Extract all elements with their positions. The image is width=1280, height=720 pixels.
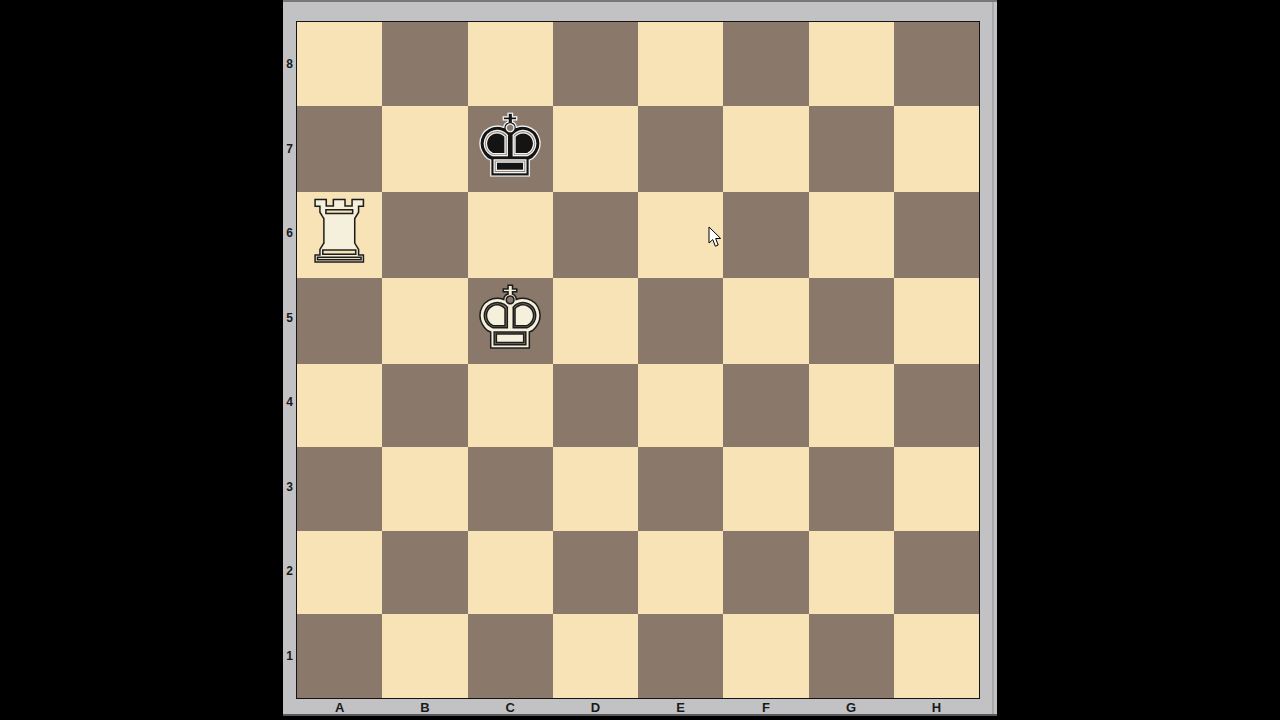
square-d2[interactable]	[553, 531, 638, 615]
square-b4[interactable]	[382, 364, 467, 448]
square-c8[interactable]	[468, 22, 553, 106]
rank-labels: 87654321	[283, 22, 296, 698]
white-king[interactable]: ♚	[472, 275, 549, 361]
square-a3[interactable]	[297, 447, 382, 531]
rank-label-3: 3	[283, 445, 296, 530]
square-h8[interactable]	[894, 22, 979, 106]
chessboard-frame: 87654321 ♚♜♚ ABCDEFGH	[283, 0, 997, 716]
square-d4[interactable]	[553, 364, 638, 448]
file-label-g: G	[809, 698, 894, 717]
square-f7[interactable]	[723, 106, 808, 192]
chessboard: ♚♜♚	[296, 21, 980, 699]
square-a2[interactable]	[297, 531, 382, 615]
square-e7[interactable]	[638, 106, 723, 192]
square-f1[interactable]	[723, 614, 808, 698]
square-b3[interactable]	[382, 447, 467, 531]
square-g3[interactable]	[809, 447, 894, 531]
square-c5[interactable]: ♚	[468, 278, 553, 364]
square-d1[interactable]	[553, 614, 638, 698]
square-f4[interactable]	[723, 364, 808, 448]
square-h1[interactable]	[894, 614, 979, 698]
square-g4[interactable]	[809, 364, 894, 448]
square-e5[interactable]	[638, 278, 723, 364]
square-e4[interactable]	[638, 364, 723, 448]
board-grid: ♚♜♚	[297, 22, 979, 698]
square-e2[interactable]	[638, 531, 723, 615]
video-stage: 87654321 ♚♜♚ ABCDEFGH	[0, 0, 1280, 720]
square-f6[interactable]	[723, 192, 808, 278]
square-b6[interactable]	[382, 192, 467, 278]
square-f3[interactable]	[723, 447, 808, 531]
square-e3[interactable]	[638, 447, 723, 531]
square-a8[interactable]	[297, 22, 382, 106]
letterbox-right	[997, 0, 1280, 720]
square-c6[interactable]	[468, 192, 553, 278]
square-h5[interactable]	[894, 278, 979, 364]
file-label-d: D	[553, 698, 638, 717]
square-d5[interactable]	[553, 278, 638, 364]
square-c4[interactable]	[468, 364, 553, 448]
square-a1[interactable]	[297, 614, 382, 698]
square-g8[interactable]	[809, 22, 894, 106]
rank-label-2: 2	[283, 529, 296, 614]
rank-label-1: 1	[283, 614, 296, 699]
file-label-a: A	[297, 698, 382, 717]
square-g6[interactable]	[809, 192, 894, 278]
square-f5[interactable]	[723, 278, 808, 364]
file-label-c: C	[468, 698, 553, 717]
square-g5[interactable]	[809, 278, 894, 364]
square-h3[interactable]	[894, 447, 979, 531]
square-h4[interactable]	[894, 364, 979, 448]
square-f8[interactable]	[723, 22, 808, 106]
square-b8[interactable]	[382, 22, 467, 106]
file-label-h: H	[894, 698, 979, 717]
file-label-b: B	[382, 698, 467, 717]
rank-label-4: 4	[283, 360, 296, 445]
rank-label-5: 5	[283, 276, 296, 361]
square-c2[interactable]	[468, 531, 553, 615]
square-g7[interactable]	[809, 106, 894, 192]
file-label-f: F	[723, 698, 808, 717]
square-f2[interactable]	[723, 531, 808, 615]
square-a7[interactable]	[297, 106, 382, 192]
square-d3[interactable]	[553, 447, 638, 531]
square-e8[interactable]	[638, 22, 723, 106]
square-g2[interactable]	[809, 531, 894, 615]
square-c7[interactable]: ♚	[468, 106, 553, 192]
square-a4[interactable]	[297, 364, 382, 448]
letterbox-left	[0, 0, 283, 720]
square-c1[interactable]	[468, 614, 553, 698]
square-e6[interactable]	[638, 192, 723, 278]
square-b1[interactable]	[382, 614, 467, 698]
square-h7[interactable]	[894, 106, 979, 192]
square-g1[interactable]	[809, 614, 894, 698]
square-e1[interactable]	[638, 614, 723, 698]
square-d6[interactable]	[553, 192, 638, 278]
square-c3[interactable]	[468, 447, 553, 531]
square-a6[interactable]: ♜	[297, 192, 382, 278]
rank-label-6: 6	[283, 191, 296, 276]
square-h6[interactable]	[894, 192, 979, 278]
square-a5[interactable]	[297, 278, 382, 364]
square-b2[interactable]	[382, 531, 467, 615]
white-rook[interactable]: ♜	[301, 189, 378, 275]
square-b7[interactable]	[382, 106, 467, 192]
rank-label-7: 7	[283, 107, 296, 192]
file-label-e: E	[638, 698, 723, 717]
square-d7[interactable]	[553, 106, 638, 192]
file-labels: ABCDEFGH	[297, 698, 979, 717]
black-king[interactable]: ♚	[472, 103, 549, 189]
square-b5[interactable]	[382, 278, 467, 364]
rank-label-8: 8	[283, 22, 296, 107]
square-h2[interactable]	[894, 531, 979, 615]
square-d8[interactable]	[553, 22, 638, 106]
